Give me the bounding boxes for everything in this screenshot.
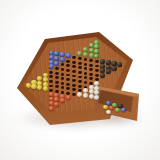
- drawer-marble-blue[interactable]: [121, 108, 126, 113]
- hole-r8c7[interactable]: [72, 61, 76, 64]
- hole-r8c3[interactable]: [72, 79, 76, 82]
- marble-black-r14c0[interactable]: [106, 69, 111, 74]
- marble-white-r11c0[interactable]: [89, 94, 94, 99]
- drawer-marble-yellow[interactable]: [103, 105, 108, 110]
- drawer-marble-green[interactable]: [115, 108, 120, 113]
- hole-r8c2[interactable]: [72, 84, 76, 87]
- hole-r7c6[interactable]: [66, 69, 70, 72]
- marble-red-r4c0[interactable]: [49, 106, 54, 111]
- hole-r4c6[interactable]: [49, 80, 53, 83]
- marble-black-r13c0[interactable]: [100, 73, 105, 78]
- hole-r9c6[interactable]: [78, 66, 82, 69]
- hole-r5c7[interactable]: [55, 72, 59, 75]
- marble-red-r7c0[interactable]: [66, 95, 71, 100]
- marble-blue-r5c9[interactable]: [54, 61, 59, 66]
- hole-r11c7[interactable]: [89, 64, 93, 67]
- hole-r10c7[interactable]: [84, 63, 88, 66]
- hole-r8c8[interactable]: [72, 56, 76, 59]
- hole-r11c8[interactable]: [89, 59, 93, 62]
- hole-r7c3[interactable]: [66, 83, 70, 86]
- hole-r11c5[interactable]: [89, 73, 93, 76]
- hole-r9c4[interactable]: [78, 76, 82, 79]
- marble-green-r10c9[interactable]: [83, 52, 88, 57]
- marble-blue-r4c9[interactable]: [49, 64, 54, 69]
- hole-r6c4[interactable]: [61, 82, 65, 85]
- marble-black-r15c0[interactable]: [111, 66, 116, 71]
- hole-r5c5[interactable]: [55, 81, 59, 84]
- hole-r9c3[interactable]: [78, 80, 82, 83]
- marble-white-r10c0[interactable]: [83, 93, 88, 98]
- hole-r9c5[interactable]: [78, 71, 82, 74]
- hole-r8c0[interactable]: [72, 93, 76, 96]
- hole-r12c8[interactable]: [95, 60, 99, 63]
- drawer-marble-white[interactable]: [106, 110, 111, 115]
- hole-r5c8[interactable]: [55, 67, 59, 70]
- hole-r9c8[interactable]: [78, 57, 82, 60]
- hole-r4c8[interactable]: [49, 71, 53, 74]
- hole-r10c3[interactable]: [84, 81, 88, 84]
- marble-blue-r6c9[interactable]: [60, 57, 65, 62]
- product-photo-scene: [0, 0, 160, 160]
- hole-r10c8[interactable]: [84, 58, 88, 61]
- marble-green-r9c9[interactable]: [77, 51, 82, 56]
- hole-r7c8[interactable]: [66, 60, 70, 63]
- hole-r6c6[interactable]: [61, 73, 65, 76]
- hole-r12c5[interactable]: [95, 74, 99, 77]
- hole-r8c5[interactable]: [72, 70, 76, 73]
- hole-r5c6[interactable]: [55, 76, 59, 79]
- marble-yellow-r1c0[interactable]: [31, 84, 36, 89]
- marble-green-r11c9[interactable]: [89, 53, 94, 58]
- hole-r10c5[interactable]: [84, 72, 88, 75]
- hole-r9c2[interactable]: [78, 85, 82, 88]
- hole-r9c7[interactable]: [78, 62, 82, 65]
- hole-r12c6[interactable]: [95, 69, 99, 72]
